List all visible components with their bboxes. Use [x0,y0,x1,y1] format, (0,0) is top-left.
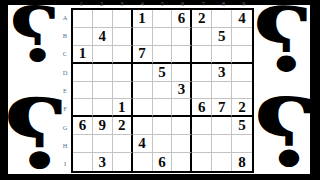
mirrored-question-mark-glyph: ? [253,98,317,171]
row-label-I: I [60,155,70,173]
cell-C8[interactable] [212,46,232,64]
cell-G2[interactable]: 9 [93,117,113,135]
cell-I6[interactable] [172,153,192,171]
cell-B5[interactable] [153,28,173,46]
row-labels: ABCDEFGHI [60,8,70,173]
cell-H2[interactable] [93,135,113,153]
cell-I1[interactable] [73,153,93,171]
cell-D8[interactable]: 3 [212,64,232,82]
col-label-9: 9 [234,0,254,8]
cell-H8[interactable] [212,135,232,153]
cell-B9[interactable] [232,28,252,46]
cell-B7[interactable] [192,28,212,46]
cell-I8[interactable] [212,153,232,171]
cell-B2[interactable]: 4 [93,28,113,46]
cell-B4[interactable] [133,28,153,46]
cell-D5[interactable]: 5 [153,64,173,82]
cell-E2[interactable] [93,82,113,100]
question-mark-top-left: ? [5,4,65,68]
cell-C5[interactable] [153,46,173,64]
mirrored-question-mark-glyph: ? [3,98,69,172]
cell-E8[interactable] [212,82,232,100]
cell-E5[interactable] [153,82,173,100]
cell-H5[interactable] [153,135,173,153]
sudoku-board: 16244517533167269254368 [71,8,254,173]
row-label-E: E [60,81,70,99]
cell-A4[interactable]: 1 [133,10,153,28]
col-label-3: 3 [112,0,132,8]
cell-E4[interactable] [133,82,153,100]
cell-C7[interactable] [192,46,212,64]
cell-D6[interactable] [172,64,192,82]
cell-H1[interactable] [73,135,93,153]
cell-G1[interactable]: 6 [73,117,93,135]
cell-F9[interactable]: 2 [232,99,252,117]
cell-D2[interactable] [93,64,113,82]
cell-I4[interactable] [133,153,153,171]
cell-A7[interactable]: 2 [192,10,212,28]
row-label-A: A [60,8,70,26]
col-label-5: 5 [152,0,172,8]
cell-I2[interactable]: 3 [93,153,113,171]
cell-F7[interactable]: 6 [192,99,212,117]
cell-C3[interactable] [113,46,133,64]
cell-E1[interactable] [73,82,93,100]
cell-A3[interactable] [113,10,133,28]
cell-F8[interactable]: 7 [212,99,232,117]
cell-A1[interactable] [73,10,93,28]
cell-G6[interactable] [172,117,192,135]
cell-I9[interactable]: 8 [232,153,252,171]
cell-G8[interactable] [212,117,232,135]
cell-C9[interactable] [232,46,252,64]
cell-G9[interactable]: 5 [232,117,252,135]
row-label-G: G [60,118,70,136]
cell-C4[interactable]: 7 [133,46,153,64]
row-label-C: C [60,45,70,63]
col-label-8: 8 [213,0,233,8]
cell-C2[interactable] [93,46,113,64]
cell-I7[interactable] [192,153,212,171]
cell-H7[interactable] [192,135,212,153]
row-label-B: B [60,26,70,44]
cell-B8[interactable]: 5 [212,28,232,46]
cell-B3[interactable] [113,28,133,46]
row-label-F: F [60,100,70,118]
cell-H3[interactable] [113,135,133,153]
cell-H6[interactable] [172,135,192,153]
cell-E7[interactable] [192,82,212,100]
row-label-H: H [60,136,70,154]
mirrored-question-mark-glyph: ? [9,7,60,65]
cell-F2[interactable] [93,99,113,117]
cell-A2[interactable] [93,10,113,28]
mirrored-question-mark-glyph: ? [253,6,314,75]
cell-H4[interactable]: 4 [133,135,153,153]
col-label-1: 1 [71,0,91,8]
col-label-6: 6 [173,0,193,8]
cell-D4[interactable] [133,64,153,82]
cell-G7[interactable] [192,117,212,135]
cell-A9[interactable]: 4 [232,10,252,28]
cell-A8[interactable] [212,10,232,28]
cell-A5[interactable] [153,10,173,28]
cell-F6[interactable] [172,99,192,117]
question-mark-bottom-right: ? [255,95,315,173]
cell-E6[interactable]: 3 [172,82,192,100]
cell-D3[interactable] [113,64,133,82]
cell-D7[interactable] [192,64,212,82]
cell-I3[interactable] [113,153,133,171]
cell-F3[interactable]: 1 [113,99,133,117]
question-mark-top-right: ? [253,2,313,78]
row-label-D: D [60,63,70,81]
question-mark-bottom-left: ? [5,95,67,175]
column-labels: 123456789 [71,0,254,8]
cell-D1[interactable] [73,64,93,82]
cell-E3[interactable] [113,82,133,100]
cell-C6[interactable] [172,46,192,64]
cell-B6[interactable] [172,28,192,46]
cell-B1[interactable] [73,28,93,46]
cell-H9[interactable] [232,135,252,153]
cell-G3[interactable]: 2 [113,117,133,135]
col-label-7: 7 [193,0,213,8]
cell-D9[interactable] [232,64,252,82]
cell-G5[interactable] [153,117,173,135]
cell-E9[interactable] [232,82,252,100]
cell-F4[interactable] [133,99,153,117]
cell-F5[interactable] [153,99,173,117]
cell-C1[interactable]: 1 [73,46,93,64]
cell-F1[interactable] [73,99,93,117]
col-label-2: 2 [91,0,111,8]
col-label-4: 4 [132,0,152,8]
cell-G4[interactable] [133,117,153,135]
cell-I5[interactable]: 6 [153,153,173,171]
cell-A6[interactable]: 6 [172,10,192,28]
